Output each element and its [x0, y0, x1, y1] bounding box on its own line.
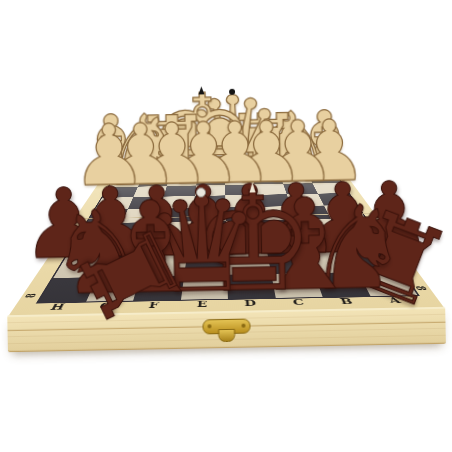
board-square: [225, 184, 256, 195]
board-square: [106, 238, 151, 257]
board-square: [97, 255, 147, 277]
board-square: [187, 236, 227, 254]
board-square: [133, 275, 184, 300]
board-square: [318, 193, 357, 205]
box-front-face: [7, 307, 446, 352]
finial-black-ball: [229, 88, 235, 94]
finial-black-point: [199, 86, 205, 94]
board-square: [324, 205, 366, 219]
file-label: F: [128, 300, 179, 312]
file-label: A: [368, 296, 423, 308]
board-square: [146, 237, 189, 256]
board-square: [261, 219, 301, 235]
board-square: [258, 206, 295, 220]
board-square: [225, 175, 254, 185]
board-square: [330, 218, 375, 234]
board-square: [252, 174, 283, 184]
board-square: [184, 254, 227, 275]
board-square: [189, 221, 226, 237]
file-label: H: [29, 302, 83, 314]
clasp-screw: [241, 324, 245, 328]
rank-label: 8: [412, 286, 429, 291]
chess-board: H G F E D C B A 8 8: [8, 172, 444, 317]
board-square: [226, 220, 264, 236]
board-grid: [36, 173, 420, 304]
board-square: [140, 255, 186, 277]
board-square: [167, 176, 197, 186]
board-square: [227, 274, 275, 299]
board-square: [191, 207, 226, 221]
board-square: [254, 184, 287, 195]
board-square: [164, 185, 196, 196]
board-square: [193, 195, 226, 208]
board-square: [347, 251, 401, 272]
board-square: [225, 195, 258, 207]
board-square: [128, 197, 164, 210]
board-square: [152, 221, 191, 237]
file-label: E: [177, 299, 226, 311]
rank-label: 8: [22, 293, 39, 298]
clasp-screw: [207, 324, 211, 328]
board-square: [256, 194, 291, 206]
board-square: [114, 222, 156, 238]
photo-tilt-wrapper: H G F E D C B A 8 8 ♝♞♜♛♚♜♞♝♟♟♟♟♟♟♟♟♟♟♟♟…: [0, 0, 452, 452]
board-square: [121, 209, 160, 223]
board-square: [194, 185, 225, 196]
board-square: [226, 207, 261, 221]
board-square: [307, 173, 341, 183]
file-label: B: [321, 297, 374, 309]
board-square: [133, 186, 167, 197]
board-square: [267, 252, 314, 273]
brass-clasp-knob: [218, 329, 235, 342]
board-square: [181, 274, 228, 299]
board-square: [160, 196, 194, 209]
file-label: C: [273, 298, 324, 310]
board-square: [226, 235, 267, 253]
file-label: G: [79, 301, 132, 313]
chess-set-photo: H G F E D C B A 8 8 ♝♞♜♛♚♜♞♝♟♟♟♟♟♟♟♟♟♟♟♟…: [0, 0, 452, 452]
file-label: D: [226, 298, 275, 310]
board-square: [338, 233, 387, 251]
board-square: [227, 253, 271, 274]
board-square: [196, 175, 225, 185]
board-square: [312, 183, 348, 194]
board-square: [264, 235, 307, 253]
board-square: [156, 208, 193, 222]
